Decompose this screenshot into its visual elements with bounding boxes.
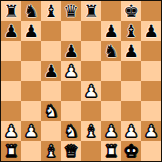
square-a8[interactable]: ♜ bbox=[1, 1, 21, 21]
square-h2[interactable]: ♟ bbox=[141, 121, 161, 141]
square-d8[interactable]: ♛ bbox=[61, 1, 81, 21]
square-a4[interactable] bbox=[1, 81, 21, 101]
square-e6[interactable] bbox=[81, 41, 101, 61]
square-h4[interactable] bbox=[141, 81, 161, 101]
square-d7[interactable] bbox=[61, 21, 81, 41]
piece-black-pawn-b7[interactable]: ♟ bbox=[23, 21, 38, 41]
piece-black-bishop-c8[interactable]: ♝ bbox=[43, 1, 58, 21]
square-d3[interactable] bbox=[61, 101, 81, 121]
piece-white-pawn-a2[interactable]: ♟ bbox=[3, 121, 18, 141]
square-g3[interactable] bbox=[121, 101, 141, 121]
piece-black-pawn-f7[interactable]: ♟ bbox=[103, 21, 118, 41]
square-e3[interactable] bbox=[81, 101, 101, 121]
piece-white-pawn-g2[interactable]: ♟ bbox=[123, 121, 138, 141]
square-b2[interactable]: ♟ bbox=[21, 121, 41, 141]
piece-black-rook-e8[interactable]: ♜ bbox=[83, 1, 98, 21]
square-a2[interactable]: ♟ bbox=[1, 121, 21, 141]
square-g6[interactable]: ♟ bbox=[121, 41, 141, 61]
piece-black-king-g8[interactable]: ♚ bbox=[123, 1, 138, 21]
square-e8[interactable]: ♜ bbox=[81, 1, 101, 21]
square-d2[interactable]: ♞ bbox=[61, 121, 81, 141]
square-f7[interactable]: ♟ bbox=[101, 21, 121, 41]
square-b1[interactable] bbox=[21, 141, 41, 161]
piece-white-pawn-d5[interactable]: ♟ bbox=[63, 61, 78, 81]
piece-white-rook-a1[interactable]: ♜ bbox=[3, 141, 18, 161]
square-b6[interactable] bbox=[21, 41, 41, 61]
square-f8[interactable] bbox=[101, 1, 121, 21]
square-d4[interactable] bbox=[61, 81, 81, 101]
square-h3[interactable] bbox=[141, 101, 161, 121]
chess-board: ♜♞♝♛♜♚♟♟♟♝♟♟♞♟♟♟♟♞♟♟♞♝♟♟♟♜♝♛♜♚ bbox=[0, 0, 162, 162]
square-g7[interactable]: ♝ bbox=[121, 21, 141, 41]
piece-white-queen-d1[interactable]: ♛ bbox=[63, 141, 78, 161]
square-a7[interactable]: ♟ bbox=[1, 21, 21, 41]
square-e7[interactable] bbox=[81, 21, 101, 41]
square-c7[interactable] bbox=[41, 21, 61, 41]
piece-black-pawn-a7[interactable]: ♟ bbox=[3, 21, 18, 41]
square-a1[interactable]: ♜ bbox=[1, 141, 21, 161]
piece-white-knight-d2[interactable]: ♞ bbox=[63, 121, 78, 141]
square-g4[interactable] bbox=[121, 81, 141, 101]
square-h6[interactable] bbox=[141, 41, 161, 61]
square-e4[interactable]: ♟ bbox=[81, 81, 101, 101]
square-c4[interactable] bbox=[41, 81, 61, 101]
piece-white-pawn-b2[interactable]: ♟ bbox=[23, 121, 38, 141]
square-d6[interactable]: ♟ bbox=[61, 41, 81, 61]
square-c6[interactable] bbox=[41, 41, 61, 61]
square-d1[interactable]: ♛ bbox=[61, 141, 81, 161]
square-h5[interactable] bbox=[141, 61, 161, 81]
piece-white-pawn-e4[interactable]: ♟ bbox=[83, 81, 98, 101]
square-e1[interactable] bbox=[81, 141, 101, 161]
square-c3[interactable]: ♞ bbox=[41, 101, 61, 121]
square-c1[interactable]: ♝ bbox=[41, 141, 61, 161]
piece-black-pawn-g6[interactable]: ♟ bbox=[123, 41, 138, 61]
square-e2[interactable]: ♝ bbox=[81, 121, 101, 141]
square-c2[interactable] bbox=[41, 121, 61, 141]
piece-white-bishop-e2[interactable]: ♝ bbox=[83, 121, 98, 141]
square-f5[interactable] bbox=[101, 61, 121, 81]
square-c8[interactable]: ♝ bbox=[41, 1, 61, 21]
square-b4[interactable] bbox=[21, 81, 41, 101]
square-a5[interactable] bbox=[1, 61, 21, 81]
square-h7[interactable]: ♟ bbox=[141, 21, 161, 41]
square-g5[interactable] bbox=[121, 61, 141, 81]
square-h1[interactable] bbox=[141, 141, 161, 161]
square-g8[interactable]: ♚ bbox=[121, 1, 141, 21]
square-b7[interactable]: ♟ bbox=[21, 21, 41, 41]
piece-white-pawn-f2[interactable]: ♟ bbox=[103, 121, 118, 141]
square-f1[interactable]: ♜ bbox=[101, 141, 121, 161]
square-f2[interactable]: ♟ bbox=[101, 121, 121, 141]
square-a3[interactable] bbox=[1, 101, 21, 121]
piece-black-knight-b8[interactable]: ♞ bbox=[23, 1, 38, 21]
square-d5[interactable]: ♟ bbox=[61, 61, 81, 81]
square-f4[interactable] bbox=[101, 81, 121, 101]
square-a6[interactable] bbox=[1, 41, 21, 61]
piece-black-pawn-c5[interactable]: ♟ bbox=[43, 61, 58, 81]
square-b3[interactable] bbox=[21, 101, 41, 121]
piece-black-bishop-g7[interactable]: ♝ bbox=[123, 21, 138, 41]
square-g2[interactable]: ♟ bbox=[121, 121, 141, 141]
square-e5[interactable] bbox=[81, 61, 101, 81]
piece-white-pawn-h2[interactable]: ♟ bbox=[143, 121, 158, 141]
piece-black-rook-a8[interactable]: ♜ bbox=[3, 1, 18, 21]
piece-black-queen-d8[interactable]: ♛ bbox=[63, 1, 78, 21]
square-f6[interactable]: ♞ bbox=[101, 41, 121, 61]
piece-black-pawn-d6[interactable]: ♟ bbox=[63, 41, 78, 61]
piece-white-knight-c3[interactable]: ♞ bbox=[43, 101, 58, 121]
square-h8[interactable] bbox=[141, 1, 161, 21]
piece-white-king-g1[interactable]: ♚ bbox=[123, 141, 138, 161]
square-f3[interactable] bbox=[101, 101, 121, 121]
piece-black-pawn-h7[interactable]: ♟ bbox=[143, 21, 158, 41]
piece-white-bishop-c1[interactable]: ♝ bbox=[43, 141, 58, 161]
square-g1[interactable]: ♚ bbox=[121, 141, 141, 161]
square-b5[interactable] bbox=[21, 61, 41, 81]
piece-black-knight-f6[interactable]: ♞ bbox=[103, 41, 118, 61]
square-b8[interactable]: ♞ bbox=[21, 1, 41, 21]
square-c5[interactable]: ♟ bbox=[41, 61, 61, 81]
piece-white-rook-f1[interactable]: ♜ bbox=[103, 141, 118, 161]
